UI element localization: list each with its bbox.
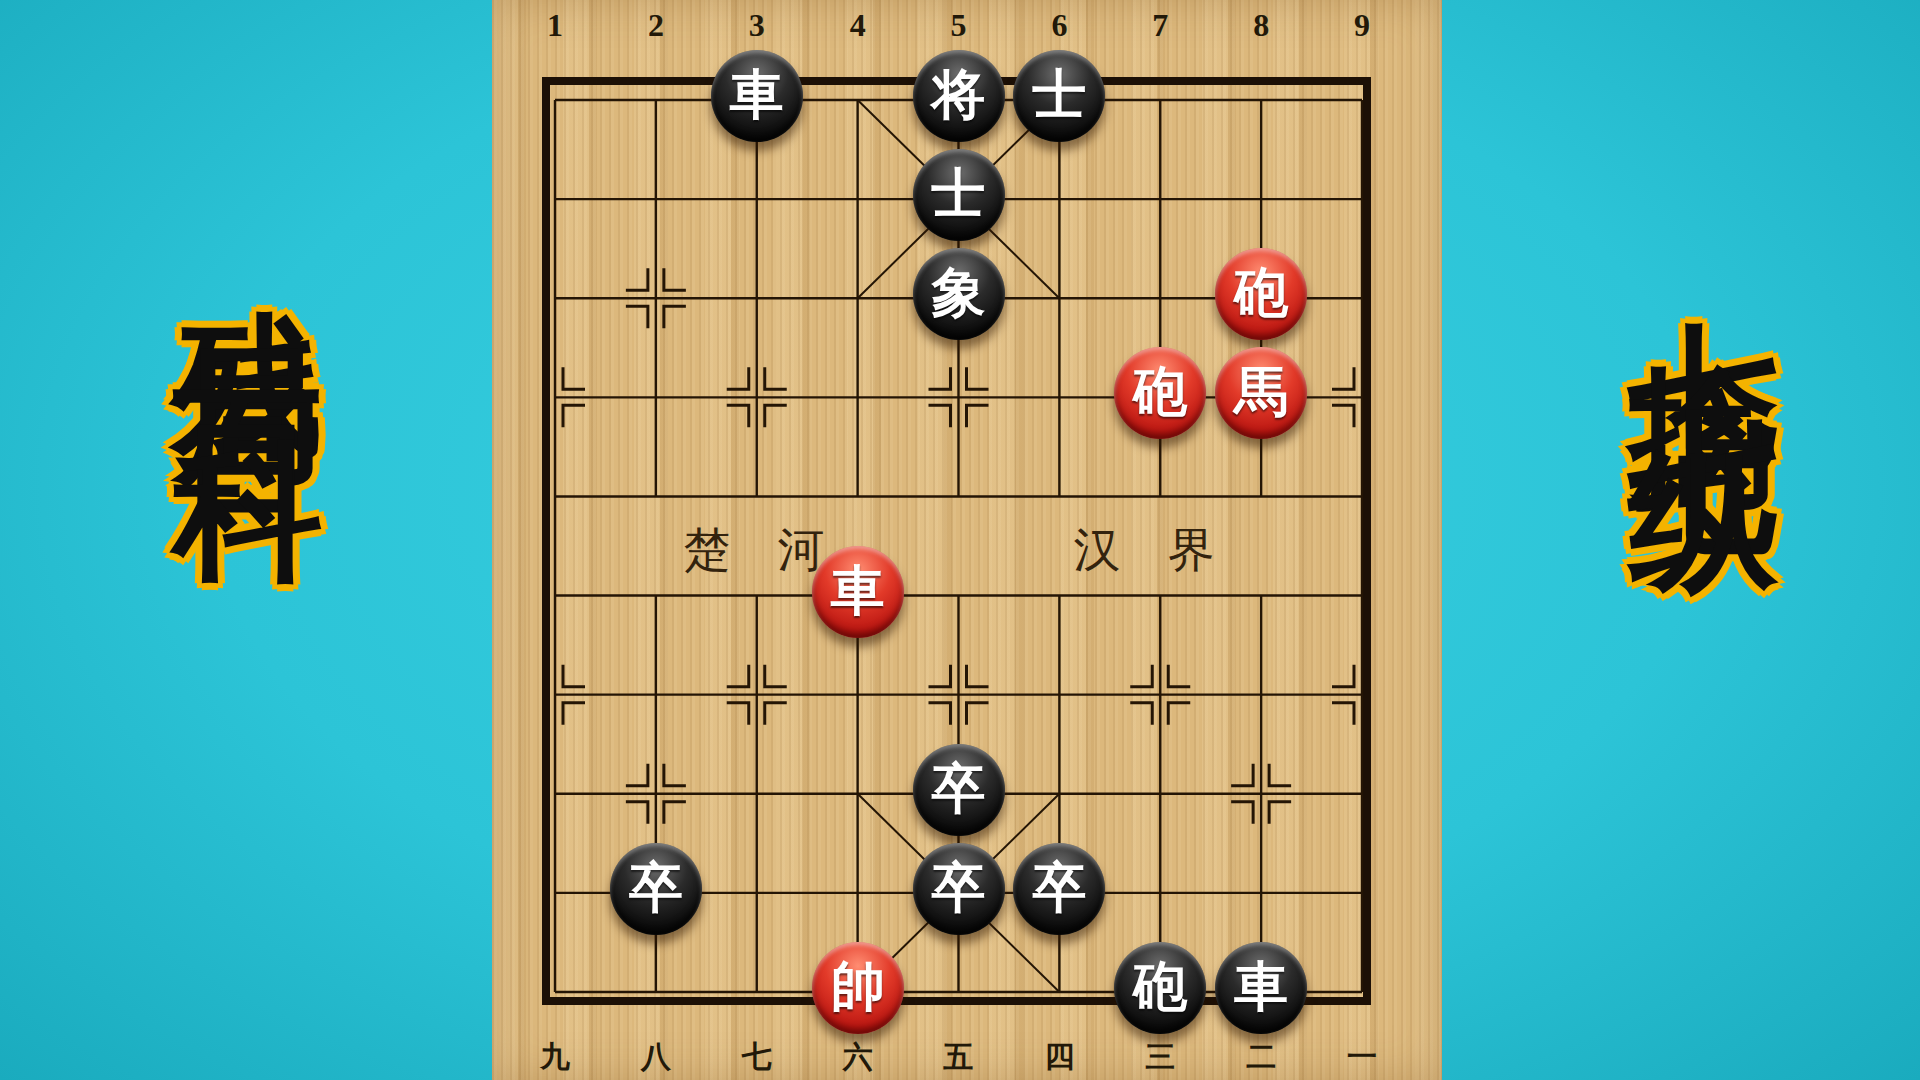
piece-black-elephant[interactable]: 象 [913,248,1005,340]
piece-red-general[interactable]: 帥 [812,942,904,1034]
piece-glyph: 象 [932,265,986,319]
piece-glyph: 卒 [1032,860,1086,914]
piece-black-advisor[interactable]: 士 [1013,50,1105,142]
piece-glyph: 車 [1234,959,1288,1013]
piece-black-soldier[interactable]: 卒 [913,843,1005,935]
piece-red-cannon[interactable]: 砲 [1215,248,1307,340]
piece-glyph: 砲 [1234,265,1288,319]
piece-red-cannon[interactable]: 砲 [1114,347,1206,439]
stage: 残局百科 楚 河 汉 界 123456789九八七六五四三二一 車将士士象砲砲馬… [0,0,1920,1080]
piece-glyph: 卒 [932,761,986,815]
piece-glyph: 砲 [1133,364,1187,418]
piece-glyph: 帥 [831,959,885,1013]
piece-glyph: 将 [932,67,986,121]
piece-black-soldier[interactable]: 卒 [1013,843,1105,935]
piece-glyph: 車 [831,563,885,617]
left-banner-text: 残局百科 [175,188,325,360]
piece-glyph: 卒 [932,860,986,914]
piece-red-horse[interactable]: 馬 [1215,347,1307,439]
piece-glyph: 砲 [1133,959,1187,1013]
piece-black-chariot[interactable]: 車 [711,50,803,142]
right-banner-text: 七擒七纵 [1631,200,1781,372]
pieces-layer: 車将士士象砲砲馬車卒卒卒卒帥砲車 [0,0,1920,1080]
piece-glyph: 士 [932,166,986,220]
piece-red-chariot[interactable]: 車 [812,546,904,638]
piece-glyph: 馬 [1234,364,1288,418]
piece-glyph: 卒 [629,860,683,914]
piece-glyph: 士 [1032,67,1086,121]
piece-glyph: 車 [730,67,784,121]
piece-black-soldier[interactable]: 卒 [913,744,1005,836]
piece-black-general[interactable]: 将 [913,50,1005,142]
piece-black-chariot[interactable]: 車 [1215,942,1307,1034]
piece-black-advisor[interactable]: 士 [913,149,1005,241]
piece-black-cannon[interactable]: 砲 [1114,942,1206,1034]
piece-black-soldier[interactable]: 卒 [610,843,702,935]
